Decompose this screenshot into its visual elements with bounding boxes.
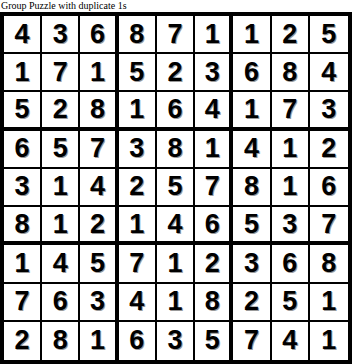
cell-r3-c3: 8: [80, 92, 118, 130]
cell-r4-c6: 1: [195, 131, 233, 169]
cell-r5-c4: 2: [119, 169, 157, 207]
cell-r7-c7: 3: [233, 245, 271, 283]
cell-r1-c8: 2: [272, 16, 310, 54]
cell-r3-c9: 3: [310, 92, 348, 130]
cell-r2-c8: 8: [272, 54, 310, 92]
cell-r4-c7: 4: [233, 131, 271, 169]
cell-r3-c6: 4: [195, 92, 233, 130]
cell-r4-c5: 8: [157, 131, 195, 169]
cell-r5-c7: 8: [233, 169, 271, 207]
cell-r7-c2: 4: [42, 245, 80, 283]
cell-r2-c5: 2: [157, 54, 195, 92]
cell-r6-c7: 5: [233, 207, 271, 245]
cell-r8-c3: 3: [80, 284, 118, 322]
cell-r4-c1: 6: [4, 131, 42, 169]
cell-r9-c7: 7: [233, 322, 271, 360]
cell-r1-c1: 4: [4, 16, 42, 54]
cell-r7-c8: 6: [272, 245, 310, 283]
cell-r2-c6: 3: [195, 54, 233, 92]
cell-r9-c2: 8: [42, 322, 80, 360]
cell-r3-c5: 6: [157, 92, 195, 130]
cell-r9-c9: 1: [310, 322, 348, 360]
cell-r9-c1: 2: [4, 322, 42, 360]
cell-r6-c8: 3: [272, 207, 310, 245]
cell-r1-c2: 3: [42, 16, 80, 54]
cell-r6-c6: 6: [195, 207, 233, 245]
cell-r4-c3: 7: [80, 131, 118, 169]
cell-r2-c3: 1: [80, 54, 118, 92]
cell-r2-c2: 7: [42, 54, 80, 92]
puzzle-title: Group Puzzle with duplicate 1s: [0, 0, 352, 12]
cell-r1-c9: 5: [310, 16, 348, 54]
cell-r9-c3: 1: [80, 322, 118, 360]
cell-r9-c5: 3: [157, 322, 195, 360]
cell-r2-c1: 1: [4, 54, 42, 92]
cell-r3-c7: 1: [233, 92, 271, 130]
cell-r1-c6: 1: [195, 16, 233, 54]
cell-r5-c3: 4: [80, 169, 118, 207]
cell-r9-c6: 5: [195, 322, 233, 360]
cell-r8-c6: 8: [195, 284, 233, 322]
cell-r6-c2: 1: [42, 207, 80, 245]
cell-r6-c4: 1: [119, 207, 157, 245]
cell-r3-c2: 2: [42, 92, 80, 130]
cell-r5-c2: 1: [42, 169, 80, 207]
cell-r5-c9: 6: [310, 169, 348, 207]
cell-r6-c9: 7: [310, 207, 348, 245]
puzzle-page: Group Puzzle with duplicate 1s 436871125…: [0, 0, 352, 364]
cell-r1-c5: 7: [157, 16, 195, 54]
cell-r5-c1: 3: [4, 169, 42, 207]
cell-r4-c8: 1: [272, 131, 310, 169]
cell-r6-c1: 8: [4, 207, 42, 245]
cell-r7-c4: 7: [119, 245, 157, 283]
cell-r4-c9: 2: [310, 131, 348, 169]
cell-r1-c3: 6: [80, 16, 118, 54]
cell-r8-c4: 4: [119, 284, 157, 322]
cell-r3-c4: 1: [119, 92, 157, 130]
cell-r8-c8: 5: [272, 284, 310, 322]
cell-r5-c5: 5: [157, 169, 195, 207]
cell-r6-c3: 2: [80, 207, 118, 245]
cell-r8-c9: 1: [310, 284, 348, 322]
cell-r5-c8: 1: [272, 169, 310, 207]
cell-r3-c8: 7: [272, 92, 310, 130]
cell-r7-c1: 1: [4, 245, 42, 283]
cell-r6-c5: 4: [157, 207, 195, 245]
cell-r2-c4: 5: [119, 54, 157, 92]
cell-r2-c7: 6: [233, 54, 271, 92]
cell-r7-c3: 5: [80, 245, 118, 283]
cell-r8-c5: 1: [157, 284, 195, 322]
cell-r2-c9: 4: [310, 54, 348, 92]
cell-r8-c1: 7: [4, 284, 42, 322]
cell-r5-c6: 7: [195, 169, 233, 207]
cell-r4-c2: 5: [42, 131, 80, 169]
cell-r9-c8: 4: [272, 322, 310, 360]
cell-r1-c7: 1: [233, 16, 271, 54]
cell-r7-c5: 1: [157, 245, 195, 283]
cell-r4-c4: 3: [119, 131, 157, 169]
cell-r7-c6: 2: [195, 245, 233, 283]
cell-r7-c9: 8: [310, 245, 348, 283]
cell-r8-c7: 2: [233, 284, 271, 322]
cell-r3-c1: 5: [4, 92, 42, 130]
cell-r9-c4: 6: [119, 322, 157, 360]
sudoku-grid: 4368711251715236845281641736573814123142…: [0, 12, 352, 364]
cell-r8-c2: 6: [42, 284, 80, 322]
cell-r1-c4: 8: [119, 16, 157, 54]
